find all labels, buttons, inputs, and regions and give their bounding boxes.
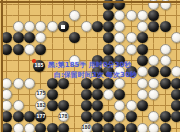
black-stone (137, 100, 148, 111)
board-point[interactable] (126, 111, 137, 122)
board-point[interactable]: 177 (35, 111, 46, 122)
board-point[interactable] (160, 89, 171, 100)
board-point[interactable] (148, 32, 159, 43)
board-point[interactable] (137, 44, 148, 55)
board-point[interactable] (137, 10, 148, 21)
black-stone (92, 21, 103, 32)
board-point[interactable] (103, 77, 114, 88)
board-point[interactable] (114, 21, 125, 32)
black-stone (35, 44, 46, 55)
board-point[interactable] (92, 21, 103, 32)
board-point[interactable] (92, 100, 103, 111)
board-point[interactable] (69, 10, 80, 21)
black-stone (1, 123, 12, 132)
board-point[interactable] (80, 111, 91, 122)
black-stone (171, 89, 180, 100)
board-point[interactable] (171, 44, 180, 55)
black-stone (81, 100, 92, 111)
board-point[interactable] (92, 111, 103, 122)
board-point[interactable] (58, 10, 69, 21)
board-point[interactable] (35, 77, 46, 88)
white-stone (114, 78, 125, 89)
board-point[interactable] (148, 10, 159, 21)
white-stone (114, 10, 125, 21)
board-point[interactable] (137, 77, 148, 88)
board-point[interactable] (92, 77, 103, 88)
board-point[interactable] (160, 77, 171, 88)
board-point[interactable] (80, 77, 91, 88)
board-point[interactable] (58, 32, 69, 43)
white-stone (114, 32, 125, 43)
black-stone (92, 78, 103, 89)
board-point[interactable] (69, 100, 80, 111)
board-point[interactable] (69, 111, 80, 122)
black-stone (35, 123, 46, 132)
black-stone (92, 89, 103, 100)
board-point[interactable] (35, 10, 46, 21)
black-stone (24, 111, 35, 122)
black-stone (81, 89, 92, 100)
black-stone (69, 32, 80, 43)
white-stone (160, 44, 171, 55)
board-point[interactable] (114, 100, 125, 111)
board-point[interactable] (103, 21, 114, 32)
black-stone (171, 78, 180, 89)
board-point[interactable] (1, 32, 12, 43)
board-point[interactable] (171, 66, 180, 77)
black-stone (92, 123, 103, 132)
board-point[interactable] (47, 10, 58, 21)
board-point[interactable] (35, 21, 46, 32)
board-point[interactable] (137, 111, 148, 122)
black-stone (47, 78, 58, 89)
white-stone (148, 55, 159, 66)
board-point[interactable] (103, 32, 114, 43)
black-stone (103, 111, 114, 122)
board-point[interactable] (13, 32, 24, 43)
board-point[interactable] (137, 32, 148, 43)
board-point[interactable] (47, 32, 58, 43)
white-stone (47, 21, 58, 32)
black-stone (137, 32, 148, 43)
black-stone (47, 89, 58, 100)
white-stone (24, 123, 35, 132)
white-stone (1, 100, 12, 111)
board-point[interactable] (92, 10, 103, 21)
board-point[interactable] (171, 100, 180, 111)
board-point[interactable] (69, 89, 80, 100)
board-point[interactable] (80, 10, 91, 21)
white-stone (24, 44, 35, 55)
white-stone (160, 55, 171, 66)
move-185-number: 185 (34, 64, 43, 68)
board-top-border (0, 1, 180, 3)
board-point[interactable] (148, 44, 159, 55)
board-point[interactable] (24, 89, 35, 100)
board-point[interactable] (148, 100, 159, 111)
board-point[interactable] (1, 10, 12, 21)
board-point[interactable] (114, 10, 125, 21)
board-point[interactable] (13, 111, 24, 122)
move-185-badge: 185 (33, 60, 45, 72)
board-point[interactable] (160, 44, 171, 55)
last-move-red-dot (32, 59, 36, 63)
black-stone (160, 21, 171, 32)
board-point[interactable] (58, 77, 69, 88)
white-stone (114, 21, 125, 32)
board-point[interactable] (47, 21, 58, 32)
move-number: 175 (36, 92, 45, 96)
board-point[interactable] (80, 32, 91, 43)
board-point[interactable] (148, 123, 159, 132)
black-stone (13, 111, 24, 122)
board-point[interactable] (58, 123, 69, 132)
black-stone (137, 44, 148, 55)
board-point[interactable] (24, 32, 35, 43)
board-point[interactable] (103, 44, 114, 55)
board-point[interactable] (24, 100, 35, 111)
black-stone (148, 21, 159, 32)
toast-line-1: 黑:第185手 用时0分30秒 (48, 61, 131, 69)
board-point[interactable] (1, 111, 12, 122)
white-stone (13, 21, 24, 32)
board-point[interactable] (126, 21, 137, 32)
board-point[interactable] (137, 55, 148, 66)
board-point[interactable] (103, 111, 114, 122)
black-stone (47, 123, 58, 132)
black-stone (160, 111, 171, 122)
white-stone (137, 21, 148, 32)
board-point[interactable] (69, 44, 80, 55)
board-point[interactable] (92, 44, 103, 55)
black-stone (126, 111, 137, 122)
board-point[interactable] (24, 123, 35, 132)
board-point[interactable] (47, 44, 58, 55)
board-point[interactable] (114, 123, 125, 132)
white-stone (137, 123, 148, 132)
board-point[interactable] (1, 100, 12, 111)
board-point[interactable] (137, 21, 148, 32)
board-point[interactable] (24, 77, 35, 88)
board-point[interactable] (58, 89, 69, 100)
black-stone (103, 21, 114, 32)
black-stone (58, 78, 69, 89)
board-point[interactable] (47, 89, 58, 100)
board-point[interactable] (24, 10, 35, 21)
board-point[interactable] (1, 55, 12, 66)
board-point[interactable]: 180 (80, 123, 91, 132)
board-point[interactable] (126, 32, 137, 43)
board-point[interactable] (1, 123, 12, 132)
board-point[interactable] (148, 77, 159, 88)
board-left-border (1, 0, 3, 132)
board-point[interactable] (1, 21, 12, 32)
board-point[interactable] (114, 89, 125, 100)
white-stone (114, 44, 125, 55)
black-stone (103, 78, 114, 89)
black-stone (103, 123, 114, 132)
board-point[interactable] (92, 123, 103, 132)
board-point[interactable] (35, 32, 46, 43)
move-number: 178 (59, 115, 68, 119)
board-point[interactable] (47, 77, 58, 88)
board-point[interactable] (114, 111, 125, 122)
board-point[interactable] (103, 89, 114, 100)
white-stone (148, 89, 159, 100)
black-stone (171, 100, 180, 111)
board-point[interactable] (103, 123, 114, 132)
board-point[interactable] (160, 21, 171, 32)
white-stone (126, 32, 137, 43)
white-stone-182: 182 (35, 100, 46, 111)
board-point[interactable] (13, 123, 24, 132)
black-stone (1, 111, 12, 122)
board-point[interactable] (137, 66, 148, 77)
black-stone (114, 123, 125, 132)
board-point[interactable] (114, 44, 125, 55)
board-point[interactable] (148, 66, 159, 77)
board-point[interactable] (69, 77, 80, 88)
board-point[interactable] (13, 100, 24, 111)
board-point[interactable] (69, 123, 80, 132)
white-stone-175: 175 (35, 89, 46, 100)
board-point[interactable] (13, 89, 24, 100)
board-point[interactable] (126, 44, 137, 55)
board-point[interactable] (24, 44, 35, 55)
board-point[interactable] (137, 89, 148, 100)
board-point[interactable] (47, 100, 58, 111)
board-point[interactable] (126, 123, 137, 132)
black-stone (13, 44, 24, 55)
board-point[interactable] (13, 77, 24, 88)
white-stone (24, 78, 35, 89)
white-stone (81, 21, 92, 32)
board-point[interactable] (58, 44, 69, 55)
black-stone (1, 44, 12, 55)
board-point[interactable] (13, 10, 24, 21)
square-marker (61, 25, 65, 29)
white-stone (103, 89, 114, 100)
white-stone (126, 100, 137, 111)
board-point[interactable] (13, 44, 24, 55)
black-stone-177: 177 (35, 111, 46, 122)
white-stone (148, 111, 159, 122)
white-stone (171, 32, 180, 43)
board-point[interactable] (24, 21, 35, 32)
board-point[interactable] (160, 10, 171, 21)
white-stone (137, 66, 148, 77)
board-point[interactable] (24, 111, 35, 122)
board-point[interactable] (114, 32, 125, 43)
move-number: 177 (36, 115, 45, 119)
white-stone (1, 89, 12, 100)
black-stone (92, 111, 103, 122)
white-stone (148, 123, 159, 132)
black-stone (160, 78, 171, 89)
black-stone (92, 100, 103, 111)
board-point[interactable] (126, 100, 137, 111)
white-stone (1, 78, 12, 89)
board-point[interactable] (171, 77, 180, 88)
white-stone (35, 21, 46, 32)
black-stone (137, 55, 148, 66)
board-point[interactable] (137, 123, 148, 132)
board-point[interactable] (58, 21, 69, 32)
board-point[interactable] (1, 89, 12, 100)
board-point[interactable]: 178 (58, 111, 69, 122)
board-point[interactable] (47, 111, 58, 122)
board-point[interactable] (160, 123, 171, 132)
move-number: 182 (36, 104, 45, 108)
board-point[interactable] (13, 66, 24, 77)
black-stone (24, 32, 35, 43)
board-point[interactable] (1, 77, 12, 88)
board-point[interactable] (80, 100, 91, 111)
black-stone (81, 111, 92, 122)
board-point[interactable] (1, 44, 12, 55)
board-point[interactable] (126, 77, 137, 88)
board-point[interactable] (35, 44, 46, 55)
black-stone (171, 111, 180, 122)
board-point[interactable] (58, 100, 69, 111)
board-point[interactable] (171, 123, 180, 132)
board-point[interactable] (80, 44, 91, 55)
board-point[interactable] (103, 100, 114, 111)
toast-line-2: 白:保留时间3次 每次30秒 (54, 71, 137, 79)
white-stone (13, 100, 24, 111)
board-point[interactable] (1, 66, 12, 77)
black-stone (58, 123, 69, 132)
white-stone (35, 32, 46, 43)
board-point[interactable] (137, 100, 148, 111)
black-stone (103, 44, 114, 55)
board-point[interactable] (171, 10, 180, 21)
white-stone (137, 89, 148, 100)
move-number: 180 (82, 126, 91, 130)
go-app-screen: 175182177178180 185 黑:第185手 用时0分30秒 白:保留… (0, 0, 180, 132)
board-point[interactable] (160, 100, 171, 111)
black-stone (13, 32, 24, 43)
black-stone (126, 123, 137, 132)
board-point[interactable] (69, 32, 80, 43)
white-stone (13, 123, 24, 132)
board-point[interactable] (148, 89, 159, 100)
board-point[interactable] (35, 123, 46, 132)
black-stone (103, 10, 114, 21)
white-stone (13, 78, 24, 89)
board-point[interactable] (114, 77, 125, 88)
board-point[interactable] (80, 89, 91, 100)
board-point[interactable]: 182 (35, 100, 46, 111)
white-stone (126, 44, 137, 55)
board-point[interactable] (148, 21, 159, 32)
black-stone (103, 32, 114, 43)
board-point[interactable] (80, 21, 91, 32)
board-point[interactable] (148, 111, 159, 122)
board-point[interactable] (171, 21, 180, 32)
board-point[interactable] (13, 55, 24, 66)
board-point[interactable] (47, 123, 58, 132)
board-point[interactable] (160, 55, 171, 66)
board-point[interactable] (69, 21, 80, 32)
board-point[interactable] (148, 55, 159, 66)
white-stone (171, 66, 180, 77)
board-point[interactable] (160, 66, 171, 77)
white-stone (148, 78, 159, 89)
white-stone (114, 100, 125, 111)
board-point[interactable] (171, 55, 180, 66)
black-stone (58, 21, 69, 32)
white-stone (137, 10, 148, 21)
black-stone (160, 123, 171, 132)
white-stone (114, 111, 125, 122)
white-stone (137, 78, 148, 89)
board-point[interactable] (13, 21, 24, 32)
black-stone (81, 78, 92, 89)
black-stone (160, 66, 171, 77)
board-point[interactable] (160, 32, 171, 43)
black-stone (58, 100, 69, 111)
black-stone (1, 32, 12, 43)
black-stone (114, 89, 125, 100)
board-point[interactable] (92, 32, 103, 43)
black-stone (148, 66, 159, 77)
board-point[interactable] (171, 89, 180, 100)
board-point[interactable]: 175 (35, 89, 46, 100)
board-point[interactable] (126, 10, 137, 21)
board-point[interactable] (160, 111, 171, 122)
board-point[interactable] (126, 89, 137, 100)
white-stone-178: 178 (58, 111, 69, 122)
board-point[interactable] (171, 32, 180, 43)
white-stone-180: 180 (81, 123, 92, 132)
board-point[interactable] (103, 10, 114, 21)
black-stone (47, 100, 58, 111)
white-stone (69, 10, 80, 21)
white-stone (24, 21, 35, 32)
black-stone (148, 10, 159, 21)
board-point[interactable] (92, 89, 103, 100)
white-stone (126, 10, 137, 21)
board-point[interactable] (171, 111, 180, 122)
